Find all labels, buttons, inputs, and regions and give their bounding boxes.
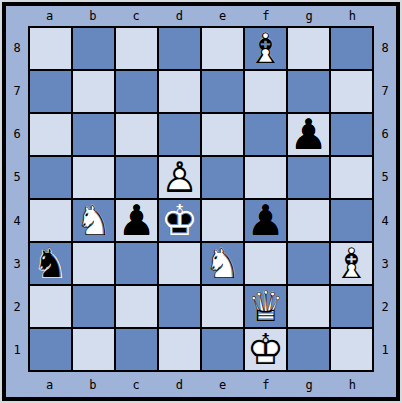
square-c6[interactable] [116, 114, 157, 155]
piece-black-pawn: ♟♟ [245, 200, 286, 241]
square-c7[interactable] [116, 71, 157, 112]
square-f7[interactable] [245, 71, 286, 112]
square-h5[interactable] [331, 157, 372, 198]
square-a5[interactable] [30, 157, 71, 198]
square-h8[interactable] [331, 28, 372, 69]
square-c3[interactable] [116, 243, 157, 284]
square-h6[interactable] [331, 114, 372, 155]
square-g3[interactable] [288, 243, 329, 284]
rank-label-8: 8 [374, 26, 396, 69]
square-d2[interactable] [159, 286, 200, 327]
pawn-glyph-outline: ♟ [288, 114, 329, 155]
square-d7[interactable] [159, 71, 200, 112]
square-g4[interactable] [288, 200, 329, 241]
king-glyph-outline: ♔ [159, 200, 200, 241]
file-label-d: d [158, 372, 201, 397]
file-label-f: f [244, 372, 287, 397]
square-f2[interactable]: ♛♕ [245, 286, 286, 327]
piece-white-queen: ♛♕ [245, 286, 286, 327]
pawn-glyph-outline: ♙ [159, 157, 200, 198]
rank-label-2: 2 [374, 286, 396, 329]
file-label-a: a [28, 6, 71, 26]
piece-white-bishop: ♝♗ [245, 28, 286, 69]
file-label-b: b [71, 6, 114, 26]
rank-label-4: 4 [6, 199, 28, 242]
square-b1[interactable] [73, 329, 114, 370]
square-f1[interactable]: ♚♔ [245, 329, 286, 370]
square-a1[interactable] [30, 329, 71, 370]
file-label-c: c [115, 6, 158, 26]
square-d6[interactable] [159, 114, 200, 155]
pawn-glyph-outline: ♟ [245, 200, 286, 241]
rank-label-7: 7 [6, 69, 28, 112]
square-a8[interactable] [30, 28, 71, 69]
square-d1[interactable] [159, 329, 200, 370]
knight-glyph-outline: ♘ [202, 243, 243, 284]
square-c1[interactable] [116, 329, 157, 370]
queen-glyph-outline: ♕ [245, 286, 286, 327]
rank-label-5: 5 [6, 156, 28, 199]
rank-label-3: 3 [374, 242, 396, 285]
rank-label-8: 8 [6, 26, 28, 69]
piece-black-pawn: ♟♟ [116, 200, 157, 241]
file-label-g: g [288, 6, 331, 26]
square-g8[interactable] [288, 28, 329, 69]
square-a7[interactable] [30, 71, 71, 112]
piece-black-pawn: ♟♟ [288, 114, 329, 155]
rank-labels-left: 87654321 [6, 26, 28, 372]
square-e8[interactable] [202, 28, 243, 69]
square-f8[interactable]: ♝♗ [245, 28, 286, 69]
square-d3[interactable] [159, 243, 200, 284]
piece-white-knight: ♞♘ [73, 200, 114, 241]
square-e1[interactable] [202, 329, 243, 370]
rank-labels-right: 87654321 [374, 26, 396, 372]
square-c5[interactable] [116, 157, 157, 198]
bishop-glyph-outline: ♗ [331, 243, 372, 284]
square-e5[interactable] [202, 157, 243, 198]
square-a4[interactable] [30, 200, 71, 241]
rank-label-6: 6 [374, 113, 396, 156]
file-labels-bottom: abcdefgh [28, 372, 374, 397]
rank-label-4: 4 [374, 199, 396, 242]
square-c2[interactable] [116, 286, 157, 327]
rank-label-3: 3 [6, 242, 28, 285]
square-b3[interactable] [73, 243, 114, 284]
knight-glyph-outline: ♘ [30, 243, 71, 284]
square-b2[interactable] [73, 286, 114, 327]
square-d5[interactable]: ♟♙ [159, 157, 200, 198]
file-label-g: g [288, 372, 331, 397]
rank-label-5: 5 [374, 156, 396, 199]
file-label-e: e [201, 6, 244, 26]
square-h3[interactable]: ♝♗ [331, 243, 372, 284]
square-h4[interactable] [331, 200, 372, 241]
square-f6[interactable] [245, 114, 286, 155]
rank-label-2: 2 [6, 286, 28, 329]
square-c4[interactable]: ♟♟ [116, 200, 157, 241]
rank-label-7: 7 [374, 69, 396, 112]
square-g2[interactable] [288, 286, 329, 327]
king-glyph-outline: ♔ [245, 329, 286, 370]
square-a6[interactable] [30, 114, 71, 155]
square-e2[interactable] [202, 286, 243, 327]
square-b6[interactable] [73, 114, 114, 155]
rank-label-6: 6 [6, 113, 28, 156]
file-label-f: f [244, 6, 287, 26]
diagram-page: abcdefgh 87654321 ♝♗♟♟♟♙♞♘♟♟♚♔♟♟♞♘♞♘♝♗♛♕… [0, 0, 402, 403]
square-b7[interactable] [73, 71, 114, 112]
square-h7[interactable] [331, 71, 372, 112]
file-label-c: c [115, 372, 158, 397]
file-label-b: b [71, 372, 114, 397]
square-h2[interactable] [331, 286, 372, 327]
rank-label-1: 1 [6, 329, 28, 372]
square-c8[interactable] [116, 28, 157, 69]
piece-white-knight: ♞♘ [202, 243, 243, 284]
file-label-e: e [201, 372, 244, 397]
piece-black-king: ♚♔ [159, 200, 200, 241]
file-label-h: h [331, 6, 374, 26]
square-f3[interactable] [245, 243, 286, 284]
square-e7[interactable] [202, 71, 243, 112]
pawn-glyph-outline: ♟ [116, 200, 157, 241]
square-a3[interactable]: ♞♘ [30, 243, 71, 284]
board-margin: abcdefgh 87654321 ♝♗♟♟♟♙♞♘♟♟♚♔♟♟♞♘♞♘♝♗♛♕… [6, 6, 396, 397]
square-b5[interactable] [73, 157, 114, 198]
square-g5[interactable] [288, 157, 329, 198]
square-f5[interactable] [245, 157, 286, 198]
square-g7[interactable] [288, 71, 329, 112]
square-d4[interactable]: ♚♔ [159, 200, 200, 241]
board-frame: abcdefgh 87654321 ♝♗♟♟♟♙♞♘♟♟♚♔♟♟♞♘♞♘♝♗♛♕… [2, 2, 400, 401]
square-a2[interactable] [30, 286, 71, 327]
knight-glyph-outline: ♘ [73, 200, 114, 241]
file-label-d: d [158, 6, 201, 26]
square-b8[interactable] [73, 28, 114, 69]
piece-white-king: ♚♔ [245, 329, 286, 370]
piece-white-bishop: ♝♗ [331, 243, 372, 284]
square-f4[interactable]: ♟♟ [245, 200, 286, 241]
square-b4[interactable]: ♞♘ [73, 200, 114, 241]
board-grid: ♝♗♟♟♟♙♞♘♟♟♚♔♟♟♞♘♞♘♝♗♛♕♚♔ [28, 26, 374, 372]
square-d8[interactable] [159, 28, 200, 69]
piece-white-pawn: ♟♙ [159, 157, 200, 198]
square-e3[interactable]: ♞♘ [202, 243, 243, 284]
file-label-a: a [28, 372, 71, 397]
rank-label-1: 1 [374, 329, 396, 372]
square-e6[interactable] [202, 114, 243, 155]
square-g1[interactable] [288, 329, 329, 370]
square-h1[interactable] [331, 329, 372, 370]
piece-black-knight: ♞♘ [30, 243, 71, 284]
file-label-h: h [331, 372, 374, 397]
file-labels-top: abcdefgh [28, 6, 374, 26]
square-g6[interactable]: ♟♟ [288, 114, 329, 155]
square-e4[interactable] [202, 200, 243, 241]
bishop-glyph-outline: ♗ [245, 28, 286, 69]
